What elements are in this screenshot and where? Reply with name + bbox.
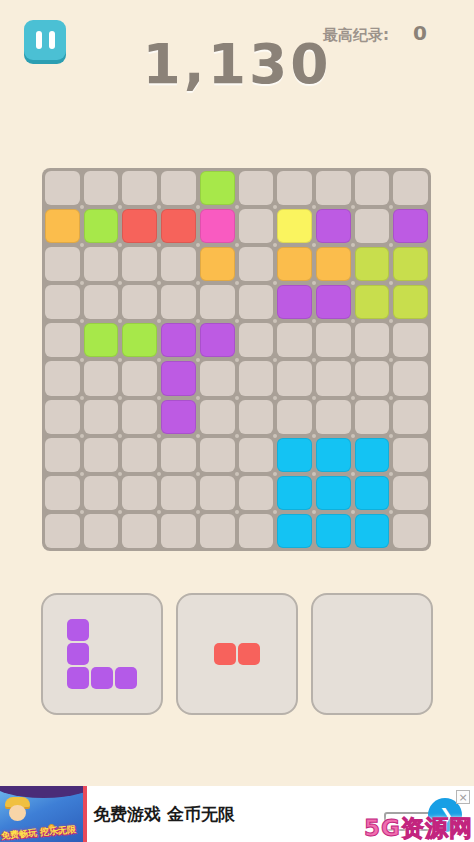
grid-dot [235,396,239,400]
grid-cell-orange[interactable] [45,209,80,243]
grid-dot [80,205,84,209]
grid-dot [157,472,161,476]
grid-cell-empty[interactable] [84,438,119,472]
grid-cell-empty[interactable] [200,514,235,548]
grid-cell-cyan[interactable] [355,438,390,472]
grid-dot [196,396,200,400]
grid-dot [312,319,316,323]
grid-dot [351,243,355,247]
grid-cell-empty[interactable] [393,514,428,548]
grid-cell-empty[interactable] [200,476,235,510]
piece-tray-3[interactable] [311,593,433,715]
grid-cell-empty[interactable] [45,247,80,281]
grid-cell-empty[interactable] [45,361,80,395]
grid-dot [273,205,277,209]
grid-cell-purple[interactable] [393,209,428,243]
grid-dot [273,281,277,285]
grid-cell-empty[interactable] [277,171,312,205]
grid-cell-empty[interactable] [355,400,390,434]
grid-dot [196,358,200,362]
grid-dot [273,358,277,362]
piece-block [67,643,89,665]
grid-cell-empty[interactable] [45,323,80,357]
piece-block [67,619,89,641]
grid-dot [389,510,393,514]
grid-cell-green[interactable] [122,323,157,357]
piece-block [238,643,260,665]
grid-cell-empty[interactable] [161,438,196,472]
grid-cell-empty[interactable] [239,438,274,472]
grid-cell-empty[interactable] [122,514,157,548]
grid-dot [80,396,84,400]
grid-cell-orange[interactable] [316,247,351,281]
ad-thumb-character [9,805,26,821]
grid-cell-purple[interactable] [161,400,196,434]
grid-cell-pink[interactable] [200,209,235,243]
grid-dot [389,205,393,209]
grid-cell-yellow[interactable] [277,209,312,243]
grid-cell-empty[interactable] [84,285,119,319]
grid-dot [118,281,122,285]
piece-red-domino[interactable] [214,643,260,665]
grid-dot [389,319,393,323]
grid-cell-empty[interactable] [277,400,312,434]
piece-block [67,667,89,689]
grid-dot [196,472,200,476]
grid-dot [196,319,200,323]
grid-cell-purple[interactable] [200,323,235,357]
grid-cell-empty[interactable] [239,361,274,395]
grid-cell-cyan[interactable] [277,514,312,548]
grid-cell-red[interactable] [122,209,157,243]
best-score: 最高纪录: 0 [323,21,427,45]
grid-cell-empty[interactable] [45,514,80,548]
grid-dot [80,358,84,362]
grid-dot [389,434,393,438]
grid-cell-empty[interactable] [393,438,428,472]
grid-cell-empty[interactable] [239,171,274,205]
grid-cell-cyan[interactable] [355,476,390,510]
grid-dot [118,472,122,476]
grid-cell-empty[interactable] [355,361,390,395]
piece-gap [91,643,113,665]
grid-dot [196,434,200,438]
grid-cell-empty[interactable] [277,361,312,395]
game-screen: 1,130 最高纪录: 0 免费畅玩 挖乐无限 免费游戏 金币无限 ❯ × 5G [0,0,474,842]
grid-cell-empty[interactable] [122,438,157,472]
grid-cell-empty[interactable] [161,171,196,205]
grid-cell-empty[interactable] [393,361,428,395]
grid-cell-lime[interactable] [393,285,428,319]
best-score-label: 最高纪录: [323,26,389,45]
grid-dot [351,510,355,514]
piece-gap [115,619,137,641]
grid-dot [157,396,161,400]
ad-title[interactable]: 免费游戏 金币无限 [93,786,235,842]
ad-thumbnail[interactable]: 免费畅玩 挖乐无限 [0,786,87,842]
grid-dot [196,510,200,514]
grid-cell-empty[interactable] [161,285,196,319]
grid-dot [157,281,161,285]
grid-cell-empty[interactable] [161,247,196,281]
grid-dot [273,396,277,400]
grid-cell-cyan[interactable] [277,476,312,510]
piece-gap [91,619,113,641]
grid-cell-orange[interactable] [277,247,312,281]
grid-dot [118,434,122,438]
grid-dot [80,510,84,514]
grid-dot [312,243,316,247]
grid-cell-empty[interactable] [84,400,119,434]
grid-cell-cyan[interactable] [316,514,351,548]
grid-cell-cyan[interactable] [355,514,390,548]
grid-cell-empty[interactable] [239,514,274,548]
best-score-value: 0 [413,21,427,45]
grid-dot [273,434,277,438]
grid-dot [389,396,393,400]
grid-dot [351,396,355,400]
grid-cell-purple[interactable] [316,209,351,243]
grid-cell-empty[interactable] [84,171,119,205]
grid-dot [118,205,122,209]
grid-cell-empty[interactable] [200,285,235,319]
grid-cell-empty[interactable] [200,438,235,472]
grid-cell-lime[interactable] [355,285,390,319]
grid-dot [157,243,161,247]
grid-cell-empty[interactable] [84,514,119,548]
grid-cell-empty[interactable] [277,323,312,357]
grid-dot [157,358,161,362]
grid-cell-empty[interactable] [122,476,157,510]
grid-dot [157,319,161,323]
grid-dot [118,243,122,247]
grid-dot [157,434,161,438]
grid-dot [351,472,355,476]
grid-dot [312,434,316,438]
close-icon: × [458,792,467,803]
grid-cell-empty[interactable] [239,247,274,281]
grid-dot [157,205,161,209]
grid-cell-lime[interactable] [393,247,428,281]
grid-cell-green[interactable] [200,171,235,205]
grid-cell-empty[interactable] [84,361,119,395]
grid-cell-empty[interactable] [161,514,196,548]
piece-purple-l-pentomino[interactable] [67,619,137,689]
piece-gap [115,643,137,665]
grid-dot [118,396,122,400]
grid-dot [80,281,84,285]
grid-dot [80,243,84,247]
grid-cell-empty[interactable] [355,209,390,243]
grid-dot [235,281,239,285]
grid-cell-empty[interactable] [316,400,351,434]
grid-cell-green[interactable] [84,209,119,243]
grid-dot [196,281,200,285]
grid-dot [118,510,122,514]
grid-dot [157,510,161,514]
grid-cell-cyan[interactable] [277,438,312,472]
grid-dot [351,205,355,209]
grid-cell-empty[interactable] [200,400,235,434]
grid-dot [389,358,393,362]
grid-dot [273,510,277,514]
grid-dot [389,243,393,247]
piece-tray-2[interactable] [176,593,298,715]
grid-cell-empty[interactable] [239,285,274,319]
grid-dot [312,281,316,285]
grid-dot [312,358,316,362]
grid-dot [235,434,239,438]
grid-cell-empty[interactable] [122,361,157,395]
grid-cell-purple[interactable] [277,285,312,319]
grid-dot [235,243,239,247]
grid-dot [312,472,316,476]
grid-cell-empty[interactable] [122,400,157,434]
grid-cell-empty[interactable] [45,171,80,205]
grid-cell-empty[interactable] [122,247,157,281]
grid-dot [196,243,200,247]
grid-cell-empty[interactable] [239,209,274,243]
piece-block [91,667,113,689]
grid-cell-empty[interactable] [45,476,80,510]
grid-dot [389,281,393,285]
ad-close-button[interactable]: × [456,790,470,804]
grid-dot [351,434,355,438]
grid-dot [351,281,355,285]
grid-dot [80,319,84,323]
grid-cell-empty[interactable] [239,476,274,510]
grid-cell-empty[interactable] [355,171,390,205]
grid-cell-empty[interactable] [84,476,119,510]
grid-cell-empty[interactable] [84,247,119,281]
grid-dot [273,243,277,247]
grid-dot [235,510,239,514]
grid-dot [196,205,200,209]
grid-dot [235,319,239,323]
grid-dot [235,472,239,476]
piece-block [214,643,236,665]
grid-dot [118,358,122,362]
piece-tray-1[interactable] [41,593,163,715]
grid-cell-purple[interactable] [161,361,196,395]
grid-cell-empty[interactable] [393,171,428,205]
game-board[interactable] [42,168,431,551]
grid-cell-empty[interactable] [316,323,351,357]
watermark-text: 5G资源网 [364,813,473,842]
piece-block [115,667,137,689]
grid-cell-red[interactable] [161,209,196,243]
grid-dot [389,472,393,476]
grid-dot [118,319,122,323]
grid-cell-empty[interactable] [316,171,351,205]
grid-cell-purple[interactable] [161,323,196,357]
grid-cell-cyan[interactable] [316,438,351,472]
grid-dot [80,434,84,438]
grid-cell-empty[interactable] [200,361,235,395]
grid-cell-empty[interactable] [45,285,80,319]
grid-cell-empty[interactable] [239,400,274,434]
grid-cell-empty[interactable] [45,400,80,434]
grid-dot [312,205,316,209]
grid-cell-cyan[interactable] [316,476,351,510]
grid-cell-empty[interactable] [161,476,196,510]
grid-cell-empty[interactable] [393,323,428,357]
grid-cell-empty[interactable] [122,171,157,205]
grid-cell-empty[interactable] [393,400,428,434]
grid-dot [351,358,355,362]
grid-cell-empty[interactable] [316,361,351,395]
grid-cell-empty[interactable] [355,323,390,357]
grid-cell-lime[interactable] [355,247,390,281]
grid-cell-green[interactable] [84,323,119,357]
grid-cell-orange[interactable] [200,247,235,281]
grid-cell-empty[interactable] [45,438,80,472]
grid-dot [351,319,355,323]
grid-cell-empty[interactable] [239,323,274,357]
grid-dot [312,396,316,400]
grid-dot [273,319,277,323]
grid-cell-empty[interactable] [122,285,157,319]
grid-dot [235,205,239,209]
ad-thumb-caption: 免费畅玩 挖乐无限 [1,822,87,842]
grid-dot [235,358,239,362]
grid-dot [80,472,84,476]
grid-cell-empty[interactable] [393,476,428,510]
grid-cell-purple[interactable] [316,285,351,319]
grid-dot [312,510,316,514]
grid-dot [273,472,277,476]
ad-banner: 免费畅玩 挖乐无限 免费游戏 金币无限 ❯ × 5G资源网 [0,786,474,842]
